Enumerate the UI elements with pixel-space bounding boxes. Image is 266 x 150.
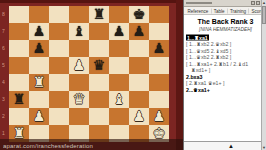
board-square[interactable]: [109, 40, 129, 57]
board-square[interactable]: [149, 91, 169, 108]
board-square[interactable]: [49, 108, 69, 125]
black-king-icon: ♚: [129, 6, 149, 23]
black-queen-icon: ♛: [89, 57, 109, 74]
board-square[interactable]: [129, 91, 149, 108]
scroll-up-icon[interactable]: ▲: [262, 0, 266, 5]
board-square[interactable]: ♟: [149, 40, 169, 57]
move-text[interactable]: ♜xd1+ ]: [191, 67, 210, 73]
white-pawn-icon: ♟: [129, 108, 149, 125]
board-square[interactable]: [129, 57, 149, 74]
lesson-author: [NINA HEMMATIZADEH]: [184, 26, 266, 32]
board-square[interactable]: ♟: [29, 108, 49, 125]
black-pawn-icon: ♟: [129, 23, 149, 40]
board-square[interactable]: [9, 57, 29, 74]
move-list: 1...♜xa1[ 1...♜xb2 2.♛xb2 ][ 1...♛xd5 2.…: [184, 35, 266, 94]
board-square[interactable]: [49, 91, 69, 108]
board-square[interactable]: ♟: [69, 57, 89, 74]
chess-board: ♜♚♟♝♟♟♟♟♟♛♜♜♛♝♟♟♟♜♚: [9, 6, 169, 142]
move-text[interactable]: [ 2.♜xa1 ♛e1+ ]: [186, 80, 224, 86]
panel-titlebar: [184, 0, 266, 7]
board-square[interactable]: [29, 6, 49, 23]
move-text[interactable]: [ 1...♛xd5 2.♝xd5 ]: [186, 48, 231, 54]
board-square[interactable]: [29, 91, 49, 108]
black-rook-icon: ♜: [9, 91, 29, 108]
move-text[interactable]: [ 1...♜xb2 2.♛xb2 ]: [186, 41, 231, 47]
move-line: 2...♛xa1+: [186, 87, 266, 94]
board-square[interactable]: [89, 91, 109, 108]
board-square[interactable]: [89, 74, 109, 91]
notation-panel: ReferenceTableTrainingScoresheet The Bac…: [183, 0, 266, 150]
maximize-button[interactable]: [256, 1, 260, 5]
horizontal-scrollbar[interactable]: ▲: [184, 141, 262, 150]
board-square[interactable]: ♟: [29, 40, 49, 57]
black-pawn-icon: ♟: [109, 23, 129, 40]
board-square[interactable]: [149, 74, 169, 91]
tab-table[interactable]: Table: [211, 8, 227, 13]
board-square[interactable]: ♟: [109, 23, 129, 40]
board-square[interactable]: [89, 108, 109, 125]
rank-label: 2: [2, 108, 8, 125]
tab-training[interactable]: Training: [228, 8, 250, 13]
board-square[interactable]: [149, 57, 169, 74]
board-square[interactable]: ♜: [29, 74, 49, 91]
board-square[interactable]: ♟: [149, 108, 169, 125]
board-square[interactable]: [109, 57, 129, 74]
board-square[interactable]: [49, 40, 69, 57]
rank-label: 3: [2, 91, 8, 108]
board-square[interactable]: ♜: [9, 91, 29, 108]
rank-label: 5: [2, 57, 8, 74]
notation-tabs: ReferenceTableTrainingScoresheet: [184, 7, 266, 15]
board-square[interactable]: [9, 74, 29, 91]
board-square[interactable]: [9, 23, 29, 40]
board-square[interactable]: [109, 6, 129, 23]
board-square[interactable]: [89, 23, 109, 40]
board-square[interactable]: ♛: [69, 91, 89, 108]
board-square[interactable]: [69, 108, 89, 125]
white-bishop-icon: ♝: [109, 91, 129, 108]
frame-right-edge: [176, 0, 183, 150]
minimize-button[interactable]: [251, 1, 255, 5]
rank-label: 6: [2, 40, 8, 57]
scrollbar-thumb[interactable]: [262, 6, 266, 24]
board-square[interactable]: [69, 74, 89, 91]
board-square[interactable]: [109, 108, 129, 125]
board-square[interactable]: [69, 40, 89, 57]
lesson-title: The Back Rank 3: [184, 18, 266, 26]
board-square[interactable]: [9, 40, 29, 57]
board-square[interactable]: [149, 23, 169, 40]
board-square[interactable]: ♝: [109, 91, 129, 108]
board-square[interactable]: [9, 108, 29, 125]
rank-label: 4: [2, 74, 8, 91]
board-square[interactable]: ♚: [129, 6, 149, 23]
titlebar-text-smudge: [186, 2, 212, 4]
board-square[interactable]: ♝: [69, 23, 89, 40]
tab-reference[interactable]: Reference: [185, 8, 211, 13]
move-text[interactable]: [ 1...♛xb2 2.♜xb2 ]: [186, 54, 231, 60]
vertical-scrollbar[interactable]: ▲ ▼: [261, 0, 266, 150]
rank-labels: 87654321: [2, 6, 8, 142]
board-square[interactable]: [49, 6, 69, 23]
screen: 87654321 ♜♚♟♝♟♟♟♟♟♛♜♜♛♝♟♟♟♜♚ aparat.com/…: [0, 0, 266, 150]
rank-label: 8: [2, 6, 8, 23]
black-pawn-icon: ♟: [149, 40, 169, 57]
board-square[interactable]: [129, 40, 149, 57]
black-rook-icon: ♜: [89, 6, 109, 23]
move-text[interactable]: [ 1...♜xa1+ 2.♜b1 / 2.♝d1: [186, 61, 248, 67]
board-square[interactable]: [29, 57, 49, 74]
board-square[interactable]: [89, 40, 109, 57]
board-square[interactable]: [49, 23, 69, 40]
board-square[interactable]: [129, 74, 149, 91]
scroll-marker-icon[interactable]: ▲: [228, 143, 234, 150]
white-pawn-icon: ♟: [149, 108, 169, 125]
board-square[interactable]: [149, 6, 169, 23]
white-pawn-icon: ♟: [69, 57, 89, 74]
move-text[interactable]: 2...♛xa1+: [186, 87, 210, 93]
board-square[interactable]: [49, 57, 69, 74]
watermark-text: aparat.com/iranchessfederation: [3, 142, 93, 149]
watermark: aparat.com/iranchessfederation: [0, 139, 183, 150]
selected-move[interactable]: 1...♜xa1: [186, 35, 209, 41]
rank-label: 7: [2, 23, 8, 40]
black-bishop-icon: ♝: [69, 23, 89, 40]
board-square[interactable]: ♟: [129, 23, 149, 40]
board-square[interactable]: ♟: [129, 108, 149, 125]
board-square[interactable]: [9, 6, 29, 23]
white-pawn-icon: ♟: [29, 108, 49, 125]
board-square[interactable]: [49, 74, 69, 91]
move-text[interactable]: 2.bxa3: [186, 74, 202, 80]
board-square[interactable]: [109, 74, 129, 91]
board-frame: 87654321 ♜♚♟♝♟♟♟♟♟♛♜♜♛♝♟♟♟♜♚ aparat.com/…: [0, 0, 183, 150]
scroll-down-icon[interactable]: ▼: [262, 145, 266, 150]
board-square[interactable]: ♟: [29, 23, 49, 40]
white-rook-icon: ♜: [29, 74, 49, 91]
panel-content: ReferenceTableTrainingScoresheet The Bac…: [184, 7, 266, 93]
black-pawn-icon: ♟: [29, 23, 49, 40]
white-queen-icon: ♛: [69, 91, 89, 108]
board-square[interactable]: ♛: [89, 57, 109, 74]
black-pawn-icon: ♟: [29, 40, 49, 57]
frame-top-edge: [0, 0, 183, 3]
board-square[interactable]: ♜: [89, 6, 109, 23]
board-square[interactable]: [69, 6, 89, 23]
